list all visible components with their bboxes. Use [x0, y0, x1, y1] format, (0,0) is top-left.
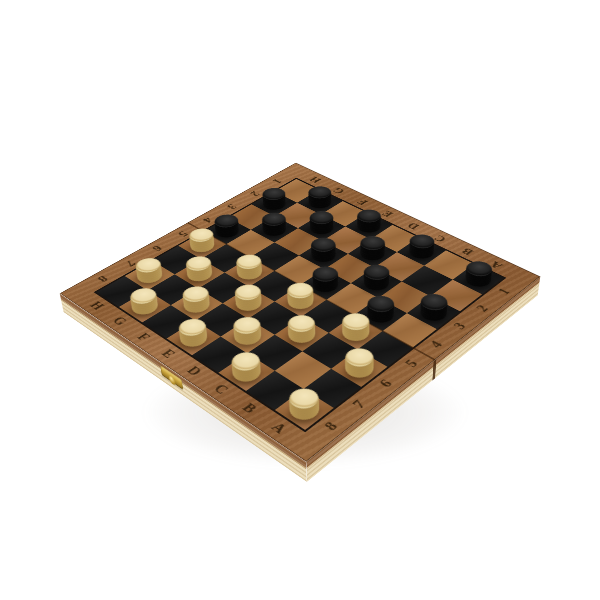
square-b7[interactable]	[275, 351, 331, 389]
scene-tilt: HGFEDCBAHGFEDCBA1234567812345678	[0, 0, 600, 600]
board: HGFEDCBAHGFEDCBA1234567812345678	[60, 163, 541, 462]
clasp-knob	[169, 375, 176, 387]
photo-stage: HGFEDCBAHGFEDCBA1234567812345678	[0, 0, 600, 600]
